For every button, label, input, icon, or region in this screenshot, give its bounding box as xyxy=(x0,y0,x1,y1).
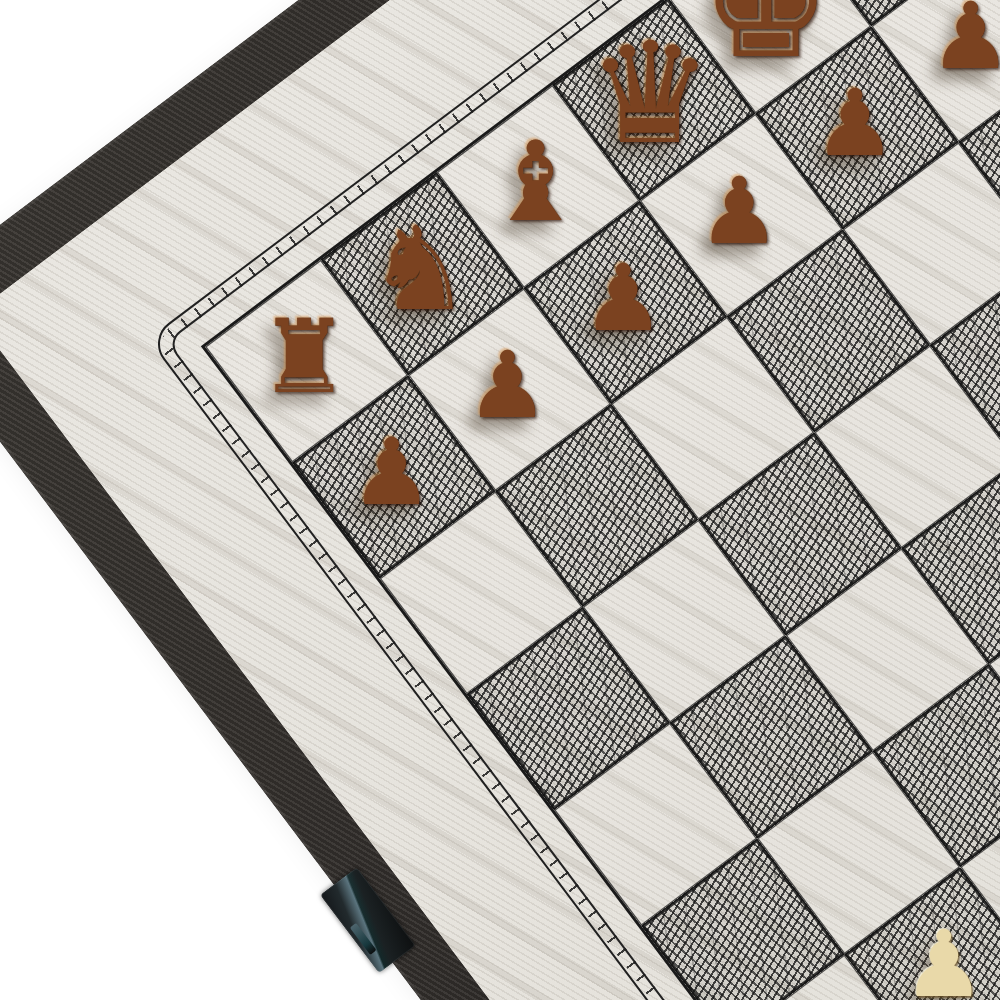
white-pawn-b2: ♟ xyxy=(902,919,984,1000)
black-pawn-b7: ♟ xyxy=(466,340,548,432)
chess-board: ♜♞♝♛♚♝♞♜♟♟♟♟♟♟♟♟♟♟♟♟♟♟♟♟♜♞♝♛♚♝♞♜ xyxy=(0,0,1000,1000)
board-grid: ♜♞♝♛♚♝♞♜♟♟♟♟♟♟♟♟♟♟♟♟♟♟♟♟♜♞♝♛♚♝♞♜ xyxy=(201,0,1000,1000)
black-king-e8: ♚ xyxy=(701,0,830,78)
black-pawn-f7: ♟ xyxy=(929,0,1000,83)
black-pawn-c7: ♟ xyxy=(581,253,663,345)
black-rook-a8: ♜ xyxy=(258,306,349,408)
black-queen-d8: ♛ xyxy=(587,24,713,164)
black-pawn-a7: ♟ xyxy=(350,427,432,519)
board-margin: ♜♞♝♛♚♝♞♜♟♟♟♟♟♟♟♟♟♟♟♟♟♟♟♟♜♞♝♛♚♝♞♜ xyxy=(0,0,1000,1000)
black-bishop-c8: ♝ xyxy=(486,127,585,237)
photo-background: ♜♞♝♛♚♝♞♜♟♟♟♟♟♟♟♟♟♟♟♟♟♟♟♟♜♞♝♛♚♝♞♜ xyxy=(0,0,1000,1000)
black-pawn-d7: ♟ xyxy=(697,165,779,257)
black-knight-b8: ♞ xyxy=(367,211,471,327)
black-pawn-e7: ♟ xyxy=(813,78,895,170)
